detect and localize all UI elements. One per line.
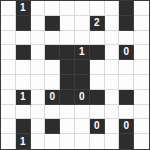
cell-r2c5[interactable] bbox=[75, 31, 90, 46]
cell-r8c2[interactable] bbox=[31, 119, 46, 134]
cell-r1c5[interactable] bbox=[75, 16, 90, 31]
cell-r8c9[interactable] bbox=[134, 119, 149, 134]
cell-r7c6[interactable] bbox=[90, 105, 105, 120]
cell-r7c3[interactable] bbox=[45, 105, 60, 120]
cell-r1c8[interactable] bbox=[119, 16, 134, 31]
cell-r7c9[interactable] bbox=[134, 105, 149, 120]
cell-r4c3[interactable] bbox=[45, 60, 60, 75]
cell-r0c7[interactable] bbox=[105, 1, 120, 16]
cell-r3c2[interactable] bbox=[31, 45, 46, 60]
cell-r2c8[interactable] bbox=[119, 31, 134, 46]
cell-r8c8[interactable]: 0 bbox=[119, 119, 134, 134]
cell-r6c4[interactable] bbox=[60, 90, 75, 105]
cell-r0c6[interactable] bbox=[90, 1, 105, 16]
cell-r6c2[interactable] bbox=[31, 90, 46, 105]
cell-r5c4[interactable] bbox=[60, 75, 75, 90]
cell-r3c0[interactable] bbox=[1, 45, 16, 60]
cell-r2c2[interactable] bbox=[31, 31, 46, 46]
cell-r7c0[interactable] bbox=[1, 105, 16, 120]
cell-r3c9[interactable] bbox=[134, 45, 149, 60]
cell-r4c2[interactable] bbox=[31, 60, 46, 75]
cell-r0c2[interactable] bbox=[31, 1, 46, 16]
cell-r3c6[interactable] bbox=[90, 45, 105, 60]
cell-r1c4[interactable] bbox=[60, 16, 75, 31]
cell-r1c2[interactable] bbox=[31, 16, 46, 31]
cell-r5c5[interactable] bbox=[75, 75, 90, 90]
cell-r2c6[interactable] bbox=[90, 31, 105, 46]
cell-r2c9[interactable] bbox=[134, 31, 149, 46]
cell-r1c0[interactable] bbox=[1, 16, 16, 31]
cell-r4c5[interactable] bbox=[75, 60, 90, 75]
cell-r2c7[interactable] bbox=[105, 31, 120, 46]
cell-r0c3[interactable] bbox=[45, 1, 60, 16]
cell-r6c7[interactable] bbox=[105, 90, 120, 105]
cell-r8c5[interactable] bbox=[75, 119, 90, 134]
cell-r5c6[interactable] bbox=[90, 75, 105, 90]
cell-r7c1[interactable] bbox=[16, 105, 31, 120]
cell-r9c9[interactable] bbox=[134, 134, 149, 149]
cell-r9c3[interactable] bbox=[45, 134, 60, 149]
cell-r7c7[interactable] bbox=[105, 105, 120, 120]
cell-r4c0[interactable] bbox=[1, 60, 16, 75]
cell-r1c3[interactable] bbox=[45, 16, 60, 31]
cell-r7c8[interactable] bbox=[119, 105, 134, 120]
cell-r1c6[interactable]: 2 bbox=[90, 16, 105, 31]
cell-r8c6[interactable]: 0 bbox=[90, 119, 105, 134]
cell-r5c3[interactable] bbox=[45, 75, 60, 90]
cell-r6c3[interactable]: 0 bbox=[45, 90, 60, 105]
cell-r6c0[interactable] bbox=[1, 90, 16, 105]
cell-r0c4[interactable] bbox=[60, 1, 75, 16]
cell-r8c4[interactable] bbox=[60, 119, 75, 134]
cell-r4c9[interactable] bbox=[134, 60, 149, 75]
cell-r7c5[interactable] bbox=[75, 105, 90, 120]
cell-r3c4[interactable] bbox=[60, 45, 75, 60]
cell-r9c8[interactable] bbox=[119, 134, 134, 149]
cell-r1c1[interactable] bbox=[16, 16, 31, 31]
cell-r2c0[interactable] bbox=[1, 31, 16, 46]
cell-r8c7[interactable] bbox=[105, 119, 120, 134]
cell-r2c3[interactable] bbox=[45, 31, 60, 46]
cell-r4c1[interactable] bbox=[16, 60, 31, 75]
cell-r4c7[interactable] bbox=[105, 60, 120, 75]
cell-r9c1[interactable]: 1 bbox=[16, 134, 31, 149]
cell-r6c6[interactable] bbox=[90, 90, 105, 105]
cell-r3c3[interactable] bbox=[45, 45, 60, 60]
cell-r5c7[interactable] bbox=[105, 75, 120, 90]
cell-r5c1[interactable] bbox=[16, 75, 31, 90]
cell-r9c7[interactable] bbox=[105, 134, 120, 149]
cell-r6c5[interactable]: 0 bbox=[75, 90, 90, 105]
cell-r0c5[interactable] bbox=[75, 1, 90, 16]
cell-r3c8[interactable]: 0 bbox=[119, 45, 134, 60]
cell-r9c2[interactable] bbox=[31, 134, 46, 149]
cell-r2c1[interactable] bbox=[16, 31, 31, 46]
cell-r4c8[interactable] bbox=[119, 60, 134, 75]
cell-r5c9[interactable] bbox=[134, 75, 149, 90]
cell-r6c9[interactable] bbox=[134, 90, 149, 105]
puzzle-board: 1210100001 bbox=[0, 0, 150, 150]
cell-r4c6[interactable] bbox=[90, 60, 105, 75]
cell-r3c1[interactable] bbox=[16, 45, 31, 60]
cell-r4c4[interactable] bbox=[60, 60, 75, 75]
cell-r3c5[interactable]: 1 bbox=[75, 45, 90, 60]
cell-r8c1[interactable] bbox=[16, 119, 31, 134]
cell-r9c5[interactable] bbox=[75, 134, 90, 149]
cell-r6c1[interactable]: 1 bbox=[16, 90, 31, 105]
cell-r8c0[interactable] bbox=[1, 119, 16, 134]
cell-r9c4[interactable] bbox=[60, 134, 75, 149]
cell-r7c2[interactable] bbox=[31, 105, 46, 120]
cell-r1c9[interactable] bbox=[134, 16, 149, 31]
cell-r0c8[interactable] bbox=[119, 1, 134, 16]
cell-r9c0[interactable] bbox=[1, 134, 16, 149]
cell-r0c1[interactable]: 1 bbox=[16, 1, 31, 16]
cell-r2c4[interactable] bbox=[60, 31, 75, 46]
cell-r5c2[interactable] bbox=[31, 75, 46, 90]
cell-r0c9[interactable] bbox=[134, 1, 149, 16]
cell-r9c6[interactable] bbox=[90, 134, 105, 149]
cell-r1c7[interactable] bbox=[105, 16, 120, 31]
cell-r0c0[interactable] bbox=[1, 1, 16, 16]
cell-r5c8[interactable] bbox=[119, 75, 134, 90]
cell-r3c7[interactable] bbox=[105, 45, 120, 60]
cell-r8c3[interactable] bbox=[45, 119, 60, 134]
cell-r6c8[interactable] bbox=[119, 90, 134, 105]
cell-r5c0[interactable] bbox=[1, 75, 16, 90]
cell-r7c4[interactable] bbox=[60, 105, 75, 120]
